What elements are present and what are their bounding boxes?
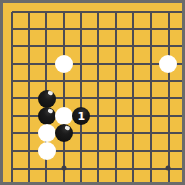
intersection[interactable] — [73, 125, 90, 142]
intersection[interactable] — [21, 107, 38, 124]
intersection[interactable] — [55, 160, 72, 177]
intersection[interactable] — [125, 90, 142, 107]
intersection[interactable] — [177, 73, 182, 90]
intersection[interactable] — [90, 38, 107, 55]
intersection[interactable] — [73, 90, 90, 107]
white-stone — [55, 107, 73, 125]
intersection[interactable] — [177, 142, 182, 159]
intersection[interactable] — [73, 73, 90, 90]
intersection[interactable] — [160, 3, 177, 20]
intersection[interactable] — [90, 90, 107, 107]
intersection[interactable] — [38, 55, 55, 72]
intersection[interactable] — [73, 38, 90, 55]
intersection[interactable] — [3, 38, 20, 55]
white-stone — [159, 55, 177, 73]
white-stone — [38, 124, 56, 142]
intersection[interactable] — [125, 73, 142, 90]
intersection[interactable] — [90, 107, 107, 124]
intersection[interactable] — [21, 55, 38, 72]
intersection[interactable] — [21, 142, 38, 159]
intersection[interactable] — [90, 125, 107, 142]
intersection[interactable] — [125, 55, 142, 72]
white-stone — [38, 142, 56, 160]
intersection[interactable] — [55, 125, 72, 142]
intersection[interactable] — [21, 177, 38, 182]
intersection[interactable] — [177, 107, 182, 124]
intersection[interactable] — [125, 3, 142, 20]
intersection[interactable] — [73, 177, 90, 182]
intersection[interactable] — [160, 21, 177, 38]
intersection[interactable] — [90, 55, 107, 72]
intersection[interactable] — [160, 38, 177, 55]
black-stone — [38, 107, 56, 125]
intersection[interactable] — [160, 142, 177, 159]
intersection[interactable] — [107, 3, 124, 20]
intersection[interactable] — [38, 125, 55, 142]
intersection[interactable] — [90, 160, 107, 177]
intersection[interactable] — [21, 21, 38, 38]
intersection[interactable] — [177, 125, 182, 142]
intersection[interactable] — [125, 38, 142, 55]
intersection[interactable] — [90, 3, 107, 20]
intersection[interactable] — [142, 90, 159, 107]
intersection[interactable] — [3, 177, 20, 182]
white-stone — [55, 55, 73, 73]
intersection[interactable] — [21, 125, 38, 142]
intersection[interactable] — [160, 160, 177, 177]
goban-grid: 1 — [3, 3, 182, 182]
intersection[interactable] — [107, 73, 124, 90]
intersection[interactable] — [90, 73, 107, 90]
intersection[interactable] — [125, 160, 142, 177]
intersection[interactable] — [55, 73, 72, 90]
intersection[interactable] — [55, 107, 72, 124]
intersection[interactable] — [142, 160, 159, 177]
intersection[interactable] — [55, 38, 72, 55]
intersection[interactable] — [177, 38, 182, 55]
intersection[interactable] — [90, 21, 107, 38]
intersection[interactable] — [73, 55, 90, 72]
intersection[interactable] — [107, 55, 124, 72]
intersection[interactable] — [142, 3, 159, 20]
intersection[interactable] — [160, 125, 177, 142]
intersection[interactable] — [125, 142, 142, 159]
intersection[interactable] — [107, 160, 124, 177]
intersection[interactable] — [55, 142, 72, 159]
intersection[interactable] — [21, 38, 38, 55]
intersection[interactable] — [3, 55, 20, 72]
intersection[interactable] — [55, 90, 72, 107]
intersection[interactable] — [177, 21, 182, 38]
intersection[interactable] — [3, 125, 20, 142]
intersection[interactable] — [107, 177, 124, 182]
intersection[interactable] — [177, 177, 182, 182]
intersection[interactable] — [90, 177, 107, 182]
intersection[interactable] — [73, 3, 90, 20]
intersection[interactable] — [3, 3, 20, 20]
move-number-label: 1 — [78, 111, 86, 122]
intersection[interactable] — [38, 3, 55, 20]
intersection[interactable] — [107, 90, 124, 107]
intersection[interactable] — [160, 90, 177, 107]
intersection[interactable] — [55, 3, 72, 20]
intersection[interactable] — [142, 177, 159, 182]
intersection[interactable] — [21, 73, 38, 90]
intersection[interactable] — [177, 90, 182, 107]
intersection[interactable] — [3, 90, 20, 107]
intersection[interactable] — [55, 177, 72, 182]
intersection[interactable] — [160, 73, 177, 90]
intersection[interactable]: 1 — [73, 107, 90, 124]
intersection[interactable] — [73, 160, 90, 177]
intersection[interactable] — [38, 142, 55, 159]
intersection[interactable] — [142, 107, 159, 124]
intersection[interactable] — [142, 73, 159, 90]
go-board-diagram: 1 — [0, 0, 185, 185]
intersection[interactable] — [21, 90, 38, 107]
intersection[interactable] — [38, 90, 55, 107]
intersection[interactable] — [21, 160, 38, 177]
intersection[interactable] — [107, 125, 124, 142]
intersection[interactable] — [142, 38, 159, 55]
intersection[interactable] — [142, 55, 159, 72]
intersection[interactable] — [73, 142, 90, 159]
intersection[interactable] — [21, 3, 38, 20]
intersection[interactable] — [177, 3, 182, 20]
intersection[interactable] — [125, 21, 142, 38]
intersection[interactable] — [38, 160, 55, 177]
intersection[interactable] — [107, 38, 124, 55]
intersection[interactable] — [160, 55, 177, 72]
intersection[interactable] — [107, 142, 124, 159]
intersection[interactable] — [3, 73, 20, 90]
intersection[interactable] — [125, 177, 142, 182]
intersection[interactable] — [55, 21, 72, 38]
intersection[interactable] — [38, 73, 55, 90]
intersection[interactable] — [38, 21, 55, 38]
intersection[interactable] — [3, 107, 20, 124]
intersection[interactable] — [125, 107, 142, 124]
intersection[interactable] — [142, 142, 159, 159]
intersection[interactable] — [38, 107, 55, 124]
intersection[interactable] — [55, 55, 72, 72]
intersection[interactable] — [38, 177, 55, 182]
black-stone — [55, 124, 73, 142]
black-stone — [38, 90, 56, 108]
intersection[interactable] — [160, 107, 177, 124]
intersection[interactable] — [107, 107, 124, 124]
intersection[interactable] — [3, 21, 20, 38]
goban: 1 — [3, 3, 182, 182]
intersection[interactable] — [3, 160, 20, 177]
intersection[interactable] — [177, 160, 182, 177]
intersection[interactable] — [177, 55, 182, 72]
intersection[interactable] — [160, 177, 177, 182]
intersection[interactable] — [125, 125, 142, 142]
intersection[interactable] — [38, 38, 55, 55]
intersection[interactable] — [142, 125, 159, 142]
intersection[interactable] — [73, 21, 90, 38]
black-stone: 1 — [72, 107, 90, 125]
intersection[interactable] — [3, 142, 20, 159]
intersection[interactable] — [142, 21, 159, 38]
intersection[interactable] — [107, 21, 124, 38]
intersection[interactable] — [90, 142, 107, 159]
